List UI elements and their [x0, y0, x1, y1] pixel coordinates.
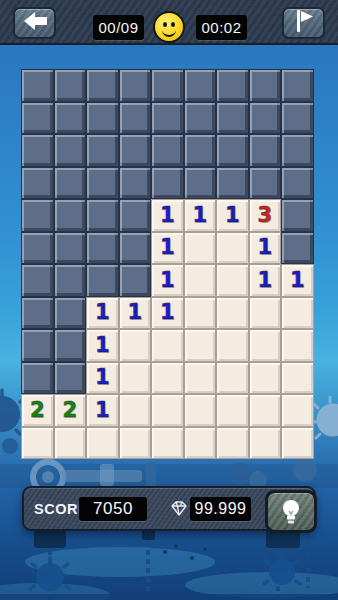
score-bar: SCORE 7050 99.999	[22, 486, 316, 531]
cell-r12c2[interactable]	[54, 427, 87, 460]
cell-r1c1[interactable]	[21, 69, 54, 102]
cell-r11c2[interactable]: 2	[54, 394, 87, 427]
cell-r1c5[interactable]	[151, 69, 184, 102]
cell-r2c4[interactable]	[119, 102, 152, 135]
cell-r7c4[interactable]	[119, 264, 152, 297]
cell-r8c5[interactable]: 1	[151, 297, 184, 330]
cell-r11c4[interactable]	[119, 394, 152, 427]
cell-r8c6[interactable]	[184, 297, 217, 330]
flag-icon	[293, 9, 315, 37]
cell-r5c5[interactable]: 1	[151, 199, 184, 232]
cell-r6c9[interactable]	[281, 232, 314, 265]
cell-r2c1[interactable]	[21, 102, 54, 135]
cell-r5c7[interactable]: 1	[216, 199, 249, 232]
score-display: 7050	[79, 497, 147, 521]
cell-r12c1[interactable]	[21, 427, 54, 460]
cell-r9c1[interactable]	[21, 329, 54, 362]
hint-button[interactable]	[265, 490, 317, 533]
cell-r2c6[interactable]	[184, 102, 217, 135]
cell-r5c8[interactable]: 3	[249, 199, 282, 232]
cell-r6c6[interactable]	[184, 232, 217, 265]
cell-r9c4[interactable]	[119, 329, 152, 362]
cell-r7c6[interactable]	[184, 264, 217, 297]
cell-r6c8[interactable]: 1	[249, 232, 282, 265]
cell-r10c7[interactable]	[216, 362, 249, 395]
cell-r12c9[interactable]	[281, 427, 314, 460]
cell-r5c9[interactable]	[281, 199, 314, 232]
game-screen: 00/09 00:02 11131111111111221 SCORE 7050	[0, 0, 338, 600]
cell-r11c8[interactable]	[249, 394, 282, 427]
cell-r12c5[interactable]	[151, 427, 184, 460]
cell-r4c7[interactable]	[216, 167, 249, 200]
cell-r5c4[interactable]	[119, 199, 152, 232]
cell-r3c1[interactable]	[21, 134, 54, 167]
cell-r7c1[interactable]	[21, 264, 54, 297]
cell-r6c3[interactable]	[86, 232, 119, 265]
cell-r1c7[interactable]	[216, 69, 249, 102]
cell-r2c2[interactable]	[54, 102, 87, 135]
cell-r3c9[interactable]	[281, 134, 314, 167]
cell-r8c2[interactable]	[54, 297, 87, 330]
cell-r4c6[interactable]	[184, 167, 217, 200]
cell-r4c5[interactable]	[151, 167, 184, 200]
cell-r5c6[interactable]: 1	[184, 199, 217, 232]
minefield-grid: 11131111111111221	[21, 69, 314, 459]
cell-r3c7[interactable]	[216, 134, 249, 167]
cell-r2c8[interactable]	[249, 102, 282, 135]
cell-r8c8[interactable]	[249, 297, 282, 330]
cell-r6c5[interactable]: 1	[151, 232, 184, 265]
cell-r6c7[interactable]	[216, 232, 249, 265]
lightbulb-icon	[268, 493, 314, 530]
cell-r9c8[interactable]	[249, 329, 282, 362]
cell-r3c5[interactable]	[151, 134, 184, 167]
mine-counter: 00/09	[93, 15, 144, 40]
back-arrow-icon	[22, 11, 48, 35]
flag-mode-button[interactable]	[282, 7, 325, 39]
cell-r11c3[interactable]: 1	[86, 394, 119, 427]
gem-icon	[170, 500, 188, 521]
gem-count-display: 99.999	[190, 497, 251, 521]
cell-r3c2[interactable]	[54, 134, 87, 167]
cell-r8c3[interactable]: 1	[86, 297, 119, 330]
cell-r3c8[interactable]	[249, 134, 282, 167]
cell-r3c6[interactable]	[184, 134, 217, 167]
cell-r11c9[interactable]	[281, 394, 314, 427]
cell-r7c5[interactable]: 1	[151, 264, 184, 297]
cell-r10c2[interactable]	[54, 362, 87, 395]
cell-r8c7[interactable]	[216, 297, 249, 330]
cell-r10c4[interactable]	[119, 362, 152, 395]
smiley-face-button[interactable]	[153, 11, 185, 43]
cell-r10c1[interactable]	[21, 362, 54, 395]
back-button[interactable]	[13, 7, 56, 39]
cell-r9c2[interactable]	[54, 329, 87, 362]
cell-r11c7[interactable]	[216, 394, 249, 427]
cell-r12c3[interactable]	[86, 427, 119, 460]
cell-r7c9[interactable]: 1	[281, 264, 314, 297]
cell-r11c6[interactable]	[184, 394, 217, 427]
cell-r2c3[interactable]	[86, 102, 119, 135]
cell-r11c1[interactable]: 2	[21, 394, 54, 427]
cell-r1c4[interactable]	[119, 69, 152, 102]
cell-r1c2[interactable]	[54, 69, 87, 102]
cell-r2c5[interactable]	[151, 102, 184, 135]
cell-r1c6[interactable]	[184, 69, 217, 102]
cell-r1c9[interactable]	[281, 69, 314, 102]
cell-r11c5[interactable]	[151, 394, 184, 427]
cell-r12c4[interactable]	[119, 427, 152, 460]
cell-r4c1[interactable]	[21, 167, 54, 200]
cell-r1c3[interactable]	[86, 69, 119, 102]
smiley-mouth	[162, 26, 176, 37]
cell-r10c8[interactable]	[249, 362, 282, 395]
timer-display: 00:02	[196, 15, 247, 40]
cell-r5c2[interactable]	[54, 199, 87, 232]
cell-r12c8[interactable]	[249, 427, 282, 460]
cell-r10c6[interactable]	[184, 362, 217, 395]
cell-r4c8[interactable]	[249, 167, 282, 200]
cell-r9c7[interactable]	[216, 329, 249, 362]
cell-r7c2[interactable]	[54, 264, 87, 297]
cell-r7c3[interactable]	[86, 264, 119, 297]
cell-r9c6[interactable]	[184, 329, 217, 362]
cell-r4c2[interactable]	[54, 167, 87, 200]
cell-r5c1[interactable]	[21, 199, 54, 232]
cell-r2c9[interactable]	[281, 102, 314, 135]
cell-r9c9[interactable]	[281, 329, 314, 362]
cell-r10c5[interactable]	[151, 362, 184, 395]
cell-r3c4[interactable]	[119, 134, 152, 167]
cell-r4c3[interactable]	[86, 167, 119, 200]
cell-r3c3[interactable]	[86, 134, 119, 167]
cell-r8c9[interactable]	[281, 297, 314, 330]
cell-r9c5[interactable]	[151, 329, 184, 362]
cell-r10c3[interactable]: 1	[86, 362, 119, 395]
top-bar: 00/09 00:02	[0, 0, 338, 45]
cell-r9c3[interactable]: 1	[86, 329, 119, 362]
cell-r6c4[interactable]	[119, 232, 152, 265]
cell-r4c9[interactable]	[281, 167, 314, 200]
cell-r7c8[interactable]: 1	[249, 264, 282, 297]
cell-r6c2[interactable]	[54, 232, 87, 265]
cell-r12c6[interactable]	[184, 427, 217, 460]
cell-r2c7[interactable]	[216, 102, 249, 135]
cell-r12c7[interactable]	[216, 427, 249, 460]
cell-r1c8[interactable]	[249, 69, 282, 102]
cell-r8c4[interactable]: 1	[119, 297, 152, 330]
cell-r5c3[interactable]	[86, 199, 119, 232]
cell-r10c9[interactable]	[281, 362, 314, 395]
cell-r7c7[interactable]	[216, 264, 249, 297]
cell-r8c1[interactable]	[21, 297, 54, 330]
cell-r6c1[interactable]	[21, 232, 54, 265]
cell-r4c4[interactable]	[119, 167, 152, 200]
